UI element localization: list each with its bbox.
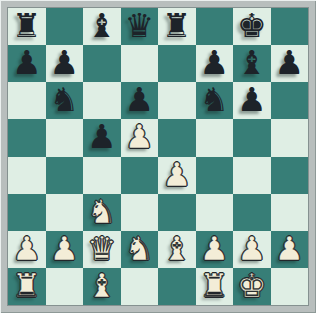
- black-knight-b6[interactable]: ♞: [49, 83, 79, 116]
- square-a3[interactable]: [8, 194, 46, 231]
- white-rook-a1[interactable]: ♜: [12, 269, 42, 302]
- square-h5[interactable]: [271, 119, 309, 156]
- square-b3[interactable]: [46, 194, 84, 231]
- square-g1[interactable]: ♚: [233, 268, 271, 305]
- square-f7[interactable]: ♟: [196, 45, 234, 82]
- board-frame: ♜♝♛♜♚♟♟♟♝♟♞♟♞♟♟♟♟♞♟♟♛♞♝♟♟♟♜♝♜♚: [0, 0, 316, 313]
- white-pawn-g2[interactable]: ♟: [237, 232, 267, 265]
- black-queen-d8[interactable]: ♛: [124, 9, 154, 42]
- square-d2[interactable]: ♞: [121, 231, 159, 268]
- white-pawn-d5[interactable]: ♟: [124, 120, 154, 153]
- square-b6[interactable]: ♞: [46, 82, 84, 119]
- black-rook-a8[interactable]: ♜: [12, 9, 42, 42]
- square-a5[interactable]: [8, 119, 46, 156]
- square-e8[interactable]: ♜: [158, 8, 196, 45]
- square-d6[interactable]: ♟: [121, 82, 159, 119]
- black-pawn-d6[interactable]: ♟: [124, 83, 154, 116]
- square-f5[interactable]: [196, 119, 234, 156]
- square-a2[interactable]: ♟: [8, 231, 46, 268]
- black-pawn-g6[interactable]: ♟: [237, 83, 267, 116]
- white-king-g1[interactable]: ♚: [237, 269, 267, 302]
- square-g6[interactable]: ♟: [233, 82, 271, 119]
- square-g4[interactable]: [233, 157, 271, 194]
- square-c7[interactable]: [83, 45, 121, 82]
- square-h8[interactable]: [271, 8, 309, 45]
- white-pawn-a2[interactable]: ♟: [12, 232, 42, 265]
- square-e3[interactable]: [158, 194, 196, 231]
- black-pawn-h7[interactable]: ♟: [274, 46, 304, 79]
- square-b2[interactable]: ♟: [46, 231, 84, 268]
- square-g5[interactable]: [233, 119, 271, 156]
- square-f4[interactable]: [196, 157, 234, 194]
- white-knight-c3[interactable]: ♞: [87, 195, 117, 228]
- square-e7[interactable]: [158, 45, 196, 82]
- square-a7[interactable]: ♟: [8, 45, 46, 82]
- square-d7[interactable]: [121, 45, 159, 82]
- black-pawn-c5[interactable]: ♟: [87, 120, 117, 153]
- black-pawn-b7[interactable]: ♟: [49, 46, 79, 79]
- square-c8[interactable]: ♝: [83, 8, 121, 45]
- square-h3[interactable]: [271, 194, 309, 231]
- square-g2[interactable]: ♟: [233, 231, 271, 268]
- square-b4[interactable]: [46, 157, 84, 194]
- white-knight-d2[interactable]: ♞: [124, 232, 154, 265]
- black-bishop-c8[interactable]: ♝: [87, 9, 117, 42]
- square-c2[interactable]: ♛: [83, 231, 121, 268]
- black-pawn-f7[interactable]: ♟: [199, 46, 229, 79]
- square-h1[interactable]: [271, 268, 309, 305]
- square-g3[interactable]: [233, 194, 271, 231]
- black-pawn-a7[interactable]: ♟: [12, 46, 42, 79]
- square-f3[interactable]: [196, 194, 234, 231]
- white-pawn-h2[interactable]: ♟: [274, 232, 304, 265]
- white-bishop-c1[interactable]: ♝: [87, 269, 117, 302]
- white-pawn-f2[interactable]: ♟: [199, 232, 229, 265]
- square-h7[interactable]: ♟: [271, 45, 309, 82]
- square-c6[interactable]: [83, 82, 121, 119]
- square-f1[interactable]: ♜: [196, 268, 234, 305]
- square-a4[interactable]: [8, 157, 46, 194]
- white-pawn-b2[interactable]: ♟: [49, 232, 79, 265]
- square-e4[interactable]: ♟: [158, 157, 196, 194]
- square-a1[interactable]: ♜: [8, 268, 46, 305]
- square-b5[interactable]: [46, 119, 84, 156]
- white-queen-c2[interactable]: ♛: [87, 232, 117, 265]
- square-f6[interactable]: ♞: [196, 82, 234, 119]
- white-rook-f1[interactable]: ♜: [199, 269, 229, 302]
- square-d8[interactable]: ♛: [121, 8, 159, 45]
- square-b8[interactable]: [46, 8, 84, 45]
- square-c4[interactable]: [83, 157, 121, 194]
- square-a8[interactable]: ♜: [8, 8, 46, 45]
- square-e5[interactable]: [158, 119, 196, 156]
- square-f2[interactable]: ♟: [196, 231, 234, 268]
- square-a6[interactable]: [8, 82, 46, 119]
- square-d4[interactable]: [121, 157, 159, 194]
- white-bishop-e2[interactable]: ♝: [162, 232, 192, 265]
- square-d5[interactable]: ♟: [121, 119, 159, 156]
- square-c5[interactable]: ♟: [83, 119, 121, 156]
- square-c1[interactable]: ♝: [83, 268, 121, 305]
- square-d1[interactable]: [121, 268, 159, 305]
- square-h6[interactable]: [271, 82, 309, 119]
- square-f8[interactable]: [196, 8, 234, 45]
- square-e6[interactable]: [158, 82, 196, 119]
- square-b1[interactable]: [46, 268, 84, 305]
- square-g8[interactable]: ♚: [233, 8, 271, 45]
- square-e1[interactable]: [158, 268, 196, 305]
- black-knight-f6[interactable]: ♞: [199, 83, 229, 116]
- square-g7[interactable]: ♝: [233, 45, 271, 82]
- square-d3[interactable]: [121, 194, 159, 231]
- black-bishop-g7[interactable]: ♝: [237, 46, 267, 79]
- white-pawn-e4[interactable]: ♟: [162, 158, 192, 191]
- square-c3[interactable]: ♞: [83, 194, 121, 231]
- chess-board: ♜♝♛♜♚♟♟♟♝♟♞♟♞♟♟♟♟♞♟♟♛♞♝♟♟♟♜♝♜♚: [8, 8, 308, 305]
- square-e2[interactable]: ♝: [158, 231, 196, 268]
- square-h4[interactable]: [271, 157, 309, 194]
- black-king-g8[interactable]: ♚: [237, 9, 267, 42]
- square-b7[interactable]: ♟: [46, 45, 84, 82]
- black-rook-e8[interactable]: ♜: [162, 9, 192, 42]
- square-h2[interactable]: ♟: [271, 231, 309, 268]
